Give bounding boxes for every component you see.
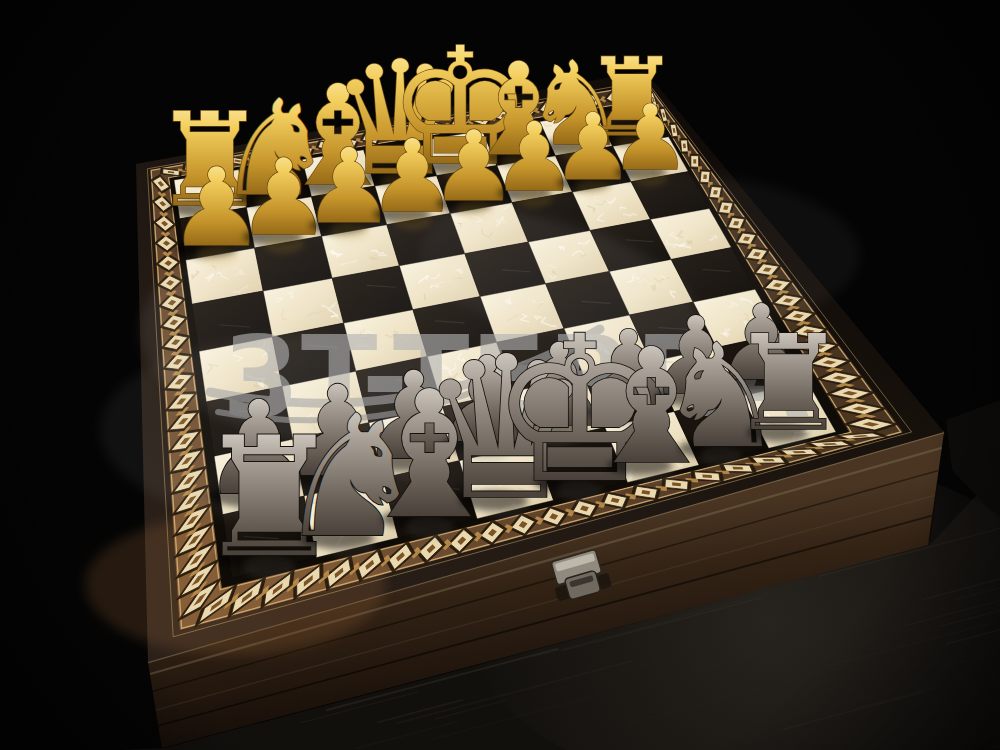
chess-set-photo: 3T-TERRA ♜♞♝♛♚♝♞♜♟♟♟♟♟♟♟♟♟♟♟♟♟♟♟♟♜♞♝♛♚♝♞…: [0, 0, 1000, 750]
vignette-overlay: [0, 0, 1000, 750]
chess-scene: 3T-TERRA ♜♞♝♛♚♝♞♜♟♟♟♟♟♟♟♟♟♟♟♟♟♟♟♟♜♞♝♛♚♝♞…: [0, 0, 1000, 750]
